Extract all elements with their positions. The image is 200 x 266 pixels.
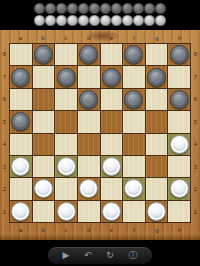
rank-label-3: 3 bbox=[0, 156, 9, 179]
square-g1[interactable] bbox=[146, 201, 168, 222]
dark-tray-piece bbox=[122, 3, 133, 14]
rank-label-7: 7 bbox=[0, 66, 9, 89]
rank-label-1: 1 bbox=[191, 201, 200, 224]
dark-tray-piece bbox=[56, 3, 67, 14]
file-label-d: d bbox=[77, 225, 100, 234]
dark-tray-piece bbox=[34, 3, 45, 14]
dark-tray-piece bbox=[111, 3, 122, 14]
dark-piece[interactable] bbox=[102, 68, 121, 87]
file-label-h: h bbox=[168, 225, 191, 234]
square-f1[interactable] bbox=[123, 201, 145, 222]
square-b4[interactable] bbox=[33, 134, 55, 155]
light-tray-piece bbox=[56, 15, 67, 26]
dark-piece[interactable] bbox=[170, 90, 189, 109]
square-g5[interactable] bbox=[146, 111, 168, 132]
square-b2[interactable] bbox=[33, 178, 55, 199]
square-e2[interactable] bbox=[101, 178, 123, 199]
white-piece[interactable] bbox=[11, 157, 30, 176]
square-h7[interactable] bbox=[168, 66, 190, 87]
dark-tray-piece bbox=[67, 3, 78, 14]
rank-label-6: 6 bbox=[0, 88, 9, 111]
square-c7[interactable] bbox=[55, 66, 77, 87]
square-g7[interactable] bbox=[146, 66, 168, 87]
square-g6[interactable] bbox=[146, 89, 168, 110]
app-screen: abcdefgh abcdefgh 87654321 87654321 ▶↶↻ⓘ bbox=[0, 0, 200, 266]
square-a6[interactable] bbox=[10, 89, 32, 110]
dark-piece[interactable] bbox=[34, 45, 53, 64]
square-f8[interactable] bbox=[123, 44, 145, 65]
square-a5[interactable] bbox=[10, 111, 32, 132]
dark-piece[interactable] bbox=[124, 90, 143, 109]
light-tray-piece bbox=[133, 15, 144, 26]
dark-piece[interactable] bbox=[147, 68, 166, 87]
white-piece[interactable] bbox=[11, 202, 30, 221]
file-label-d: d bbox=[77, 33, 100, 42]
file-label-e: e bbox=[100, 33, 123, 42]
rank-label-8: 8 bbox=[0, 43, 9, 66]
square-a1[interactable] bbox=[10, 201, 32, 222]
square-d6[interactable] bbox=[78, 89, 100, 110]
square-f5[interactable] bbox=[123, 111, 145, 132]
light-tray-piece bbox=[34, 15, 45, 26]
rank-label-2: 2 bbox=[191, 178, 200, 201]
light-tray-piece bbox=[89, 15, 100, 26]
square-e4[interactable] bbox=[101, 134, 123, 155]
light-tray-piece bbox=[122, 15, 133, 26]
square-b6[interactable] bbox=[33, 89, 55, 110]
white-piece[interactable] bbox=[57, 202, 76, 221]
board-frame: abcdefgh abcdefgh 87654321 87654321 bbox=[0, 30, 200, 240]
square-c2[interactable] bbox=[55, 178, 77, 199]
light-pieces-row bbox=[34, 15, 166, 27]
square-e5[interactable] bbox=[101, 111, 123, 132]
square-f2[interactable] bbox=[123, 178, 145, 199]
rank-labels-left: 87654321 bbox=[0, 43, 9, 223]
light-tray-piece bbox=[155, 15, 166, 26]
light-tray-piece bbox=[100, 15, 111, 26]
dark-tray-piece bbox=[45, 3, 56, 14]
file-label-c: c bbox=[55, 225, 78, 234]
light-tray-piece bbox=[45, 15, 56, 26]
file-label-f: f bbox=[123, 33, 146, 42]
square-g4[interactable] bbox=[146, 134, 168, 155]
square-b3[interactable] bbox=[33, 156, 55, 177]
rank-label-1: 1 bbox=[0, 201, 9, 224]
restart-button[interactable]: ↻ bbox=[106, 251, 114, 260]
checkers-board bbox=[9, 43, 191, 223]
square-c4[interactable] bbox=[55, 134, 77, 155]
rank-label-5: 5 bbox=[191, 111, 200, 134]
square-a2[interactable] bbox=[10, 178, 32, 199]
white-piece[interactable] bbox=[102, 157, 121, 176]
square-e7[interactable] bbox=[101, 66, 123, 87]
dark-piece[interactable] bbox=[79, 90, 98, 109]
play-button[interactable]: ▶ bbox=[63, 251, 70, 260]
square-d3[interactable] bbox=[78, 156, 100, 177]
dark-tray-piece bbox=[89, 3, 100, 14]
square-a3[interactable] bbox=[10, 156, 32, 177]
rank-label-6: 6 bbox=[191, 88, 200, 111]
square-h1[interactable] bbox=[168, 201, 190, 222]
square-h8[interactable] bbox=[168, 44, 190, 65]
square-c5[interactable] bbox=[55, 111, 77, 132]
dark-pieces-row bbox=[34, 3, 166, 15]
file-label-g: g bbox=[146, 33, 169, 42]
square-c8[interactable] bbox=[55, 44, 77, 65]
file-label-c: c bbox=[55, 33, 78, 42]
square-b7[interactable] bbox=[33, 66, 55, 87]
square-f6[interactable] bbox=[123, 89, 145, 110]
square-d1[interactable] bbox=[78, 201, 100, 222]
square-h6[interactable] bbox=[168, 89, 190, 110]
file-label-h: h bbox=[168, 33, 191, 42]
square-d5[interactable] bbox=[78, 111, 100, 132]
square-b8[interactable] bbox=[33, 44, 55, 65]
file-label-a: a bbox=[9, 225, 32, 234]
square-e8[interactable] bbox=[101, 44, 123, 65]
square-d8[interactable] bbox=[78, 44, 100, 65]
rank-label-8: 8 bbox=[191, 43, 200, 66]
dark-tray-piece bbox=[155, 3, 166, 14]
dark-piece[interactable] bbox=[79, 45, 98, 64]
white-piece[interactable] bbox=[57, 157, 76, 176]
square-b5[interactable] bbox=[33, 111, 55, 132]
square-b1[interactable] bbox=[33, 201, 55, 222]
square-c3[interactable] bbox=[55, 156, 77, 177]
square-f7[interactable] bbox=[123, 66, 145, 87]
file-label-g: g bbox=[146, 225, 169, 234]
dark-piece[interactable] bbox=[124, 45, 143, 64]
light-tray-piece bbox=[111, 15, 122, 26]
square-g2[interactable] bbox=[146, 178, 168, 199]
file-label-a: a bbox=[9, 33, 32, 42]
square-h5[interactable] bbox=[168, 111, 190, 132]
square-g8[interactable] bbox=[146, 44, 168, 65]
light-tray-piece bbox=[78, 15, 89, 26]
white-piece[interactable] bbox=[102, 202, 121, 221]
rank-labels-right: 87654321 bbox=[191, 43, 200, 223]
square-d2[interactable] bbox=[78, 178, 100, 199]
white-piece[interactable] bbox=[170, 179, 189, 198]
square-h2[interactable] bbox=[168, 178, 190, 199]
rank-label-2: 2 bbox=[0, 178, 9, 201]
square-a4[interactable] bbox=[10, 134, 32, 155]
square-g3[interactable] bbox=[146, 156, 168, 177]
piece-tray bbox=[0, 3, 200, 27]
square-d4[interactable] bbox=[78, 134, 100, 155]
dark-piece[interactable] bbox=[170, 45, 189, 64]
light-tray-piece bbox=[144, 15, 155, 26]
white-piece[interactable] bbox=[147, 202, 166, 221]
rank-label-4: 4 bbox=[0, 133, 9, 156]
square-f3[interactable] bbox=[123, 156, 145, 177]
square-f4[interactable] bbox=[123, 134, 145, 155]
white-piece[interactable] bbox=[124, 179, 143, 198]
toolbar: ▶↶↻ⓘ bbox=[48, 247, 152, 264]
dark-tray-piece bbox=[78, 3, 89, 14]
dark-piece[interactable] bbox=[11, 112, 30, 131]
rank-label-7: 7 bbox=[191, 66, 200, 89]
rank-label-5: 5 bbox=[0, 111, 9, 134]
undo-button[interactable]: ↶ bbox=[84, 251, 92, 260]
info-button[interactable]: ⓘ bbox=[128, 251, 137, 260]
square-a7[interactable] bbox=[10, 66, 32, 87]
square-h4[interactable] bbox=[168, 134, 190, 155]
square-h3[interactable] bbox=[168, 156, 190, 177]
square-c6[interactable] bbox=[55, 89, 77, 110]
file-label-b: b bbox=[32, 225, 55, 234]
square-e6[interactable] bbox=[101, 89, 123, 110]
square-a8[interactable] bbox=[10, 44, 32, 65]
square-c1[interactable] bbox=[55, 201, 77, 222]
dark-tray-piece bbox=[100, 3, 111, 14]
light-tray-piece bbox=[67, 15, 78, 26]
dark-piece[interactable] bbox=[57, 68, 76, 87]
square-e1[interactable] bbox=[101, 201, 123, 222]
file-label-e: e bbox=[100, 225, 123, 234]
rank-label-3: 3 bbox=[191, 156, 200, 179]
rank-label-4: 4 bbox=[191, 133, 200, 156]
white-piece[interactable] bbox=[79, 179, 98, 198]
dark-tray-piece bbox=[133, 3, 144, 14]
square-e3[interactable] bbox=[101, 156, 123, 177]
dark-piece[interactable] bbox=[11, 68, 30, 87]
file-labels-bottom: abcdefgh bbox=[9, 225, 191, 234]
file-label-f: f bbox=[123, 225, 146, 234]
white-piece[interactable] bbox=[170, 135, 189, 154]
dark-tray-piece bbox=[144, 3, 155, 14]
square-d7[interactable] bbox=[78, 66, 100, 87]
file-labels-top: abcdefgh bbox=[9, 33, 191, 42]
white-piece[interactable] bbox=[34, 179, 53, 198]
file-label-b: b bbox=[32, 33, 55, 42]
